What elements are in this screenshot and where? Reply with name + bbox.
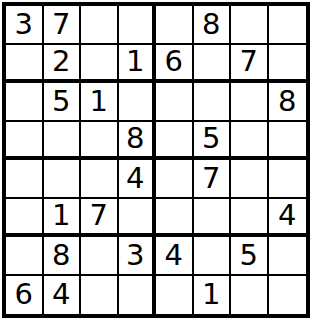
cell-r3c2[interactable]: 5 [44,83,82,122]
cell-r6c3[interactable]: 7 [81,199,119,238]
cell-r5c2[interactable] [44,160,82,199]
cell-r2c3[interactable] [81,45,119,84]
cell-r3c8[interactable]: 8 [269,83,307,122]
cell-r5c8[interactable] [269,160,307,199]
cell-r7c1[interactable] [6,237,44,276]
cell-r7c6[interactable] [194,237,232,276]
cell-r1c7[interactable] [231,6,269,45]
cell-r8c7[interactable] [231,276,269,315]
cell-r8c2[interactable]: 4 [44,276,82,315]
cell-r1c5[interactable] [156,6,194,45]
cell-r4c7[interactable] [231,122,269,161]
cell-r3c4[interactable] [119,83,157,122]
cell-r4c4[interactable]: 8 [119,122,157,161]
cell-r4c6[interactable]: 5 [194,122,232,161]
cell-r8c8[interactable] [269,276,307,315]
cell-r8c3[interactable] [81,276,119,315]
cell-r5c1[interactable] [6,160,44,199]
cell-r3c1[interactable] [6,83,44,122]
cell-r2c5[interactable]: 6 [156,45,194,84]
sudoku-board: 378216751885471748345641 [2,2,310,318]
cell-r2c8[interactable] [269,45,307,84]
cell-r1c2[interactable]: 7 [44,6,82,45]
cell-r2c7[interactable]: 7 [231,45,269,84]
cell-r2c1[interactable] [6,45,44,84]
cell-r3c3[interactable]: 1 [81,83,119,122]
cell-r6c4[interactable] [119,199,157,238]
cell-r5c5[interactable] [156,160,194,199]
cell-r5c4[interactable]: 4 [119,160,157,199]
cell-r5c6[interactable]: 7 [194,160,232,199]
cell-r4c3[interactable] [81,122,119,161]
cell-r8c1[interactable]: 6 [6,276,44,315]
cell-r1c3[interactable] [81,6,119,45]
cell-r1c8[interactable] [269,6,307,45]
cell-r4c8[interactable] [269,122,307,161]
cell-r7c8[interactable] [269,237,307,276]
cell-r1c6[interactable]: 8 [194,6,232,45]
cell-r6c7[interactable] [231,199,269,238]
cell-r3c5[interactable] [156,83,194,122]
cell-r3c7[interactable] [231,83,269,122]
cell-r4c2[interactable] [44,122,82,161]
cell-r7c5[interactable]: 4 [156,237,194,276]
cell-r2c4[interactable]: 1 [119,45,157,84]
cell-r7c2[interactable]: 8 [44,237,82,276]
cell-r8c4[interactable] [119,276,157,315]
cell-r1c1[interactable]: 3 [6,6,44,45]
cell-r2c6[interactable] [194,45,232,84]
cell-r5c7[interactable] [231,160,269,199]
cell-r1c4[interactable] [119,6,157,45]
cell-r6c8[interactable]: 4 [269,199,307,238]
cell-r6c6[interactable] [194,199,232,238]
cell-r4c1[interactable] [6,122,44,161]
cell-r7c7[interactable]: 5 [231,237,269,276]
cell-r8c5[interactable] [156,276,194,315]
cell-r4c5[interactable] [156,122,194,161]
cell-r8c6[interactable]: 1 [194,276,232,315]
cell-r3c6[interactable] [194,83,232,122]
cell-r2c2[interactable]: 2 [44,45,82,84]
cell-r6c2[interactable]: 1 [44,199,82,238]
cell-r7c3[interactable] [81,237,119,276]
cell-r7c4[interactable]: 3 [119,237,157,276]
cell-r6c1[interactable] [6,199,44,238]
cell-r5c3[interactable] [81,160,119,199]
cell-r6c5[interactable] [156,199,194,238]
